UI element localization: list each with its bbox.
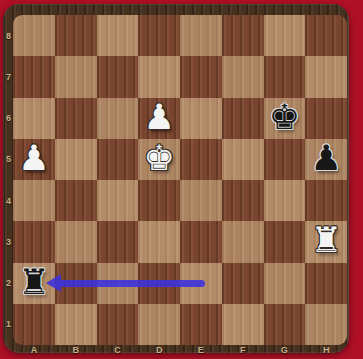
square-g1[interactable] [264,304,306,345]
file-label-G: G [278,345,290,355]
rank-label-4: 4 [4,196,13,206]
square-a5[interactable]: ♟ [13,139,55,180]
square-e3[interactable] [180,221,222,262]
square-g8[interactable] [264,15,306,56]
square-e7[interactable] [180,56,222,97]
chess-app-window: ♟♚♟♚♟♜♜ 87654321ABCDEFGH [0,0,363,359]
square-b3[interactable] [55,221,97,262]
square-h6[interactable] [305,98,347,139]
square-h4[interactable] [305,180,347,221]
square-c8[interactable] [97,15,139,56]
square-h7[interactable] [305,56,347,97]
square-c3[interactable] [97,221,139,262]
square-c5[interactable] [97,139,139,180]
file-label-B: B [70,345,82,355]
square-g6[interactable]: ♚ [264,98,306,139]
black-pawn[interactable]: ♟ [310,141,341,176]
square-e4[interactable] [180,180,222,221]
move-arrow-head [46,274,61,292]
square-g7[interactable] [264,56,306,97]
rank-label-5: 5 [4,154,13,164]
square-b6[interactable] [55,98,97,139]
square-c1[interactable] [97,304,139,345]
square-f8[interactable] [222,15,264,56]
square-e6[interactable] [180,98,222,139]
move-arrow-line [59,280,205,287]
white-rook[interactable]: ♜ [310,223,341,258]
file-label-A: A [28,345,40,355]
square-a3[interactable] [13,221,55,262]
square-g5[interactable] [264,139,306,180]
white-pawn[interactable]: ♟ [143,100,174,135]
square-f7[interactable] [222,56,264,97]
square-d3[interactable] [138,221,180,262]
square-c7[interactable] [97,56,139,97]
file-label-H: H [320,345,332,355]
black-king[interactable]: ♚ [269,100,300,135]
square-a8[interactable] [13,15,55,56]
square-c4[interactable] [97,180,139,221]
square-b4[interactable] [55,180,97,221]
square-d1[interactable] [138,304,180,345]
square-d7[interactable] [138,56,180,97]
square-h8[interactable] [305,15,347,56]
square-a4[interactable] [13,180,55,221]
white-pawn[interactable]: ♟ [18,141,49,176]
square-e5[interactable] [180,139,222,180]
square-a6[interactable] [13,98,55,139]
square-b5[interactable] [55,139,97,180]
square-d6[interactable]: ♟ [138,98,180,139]
square-e1[interactable] [180,304,222,345]
square-f3[interactable] [222,221,264,262]
square-b7[interactable] [55,56,97,97]
square-g4[interactable] [264,180,306,221]
rank-label-8: 8 [4,31,13,41]
square-f1[interactable] [222,304,264,345]
square-f4[interactable] [222,180,264,221]
square-h2[interactable] [305,263,347,304]
square-c6[interactable] [97,98,139,139]
white-king[interactable]: ♚ [143,141,174,176]
rank-label-2: 2 [4,278,13,288]
chess-board: ♟♚♟♚♟♜♜ [13,15,347,345]
square-h1[interactable] [305,304,347,345]
square-b1[interactable] [55,304,97,345]
square-f6[interactable] [222,98,264,139]
rank-label-7: 7 [4,72,13,82]
square-b8[interactable] [55,15,97,56]
square-e8[interactable] [180,15,222,56]
file-label-C: C [111,345,123,355]
file-label-E: E [195,345,207,355]
black-rook[interactable]: ♜ [18,265,49,300]
rank-label-3: 3 [4,237,13,247]
square-f5[interactable] [222,139,264,180]
square-d8[interactable] [138,15,180,56]
square-d4[interactable] [138,180,180,221]
file-label-F: F [237,345,249,355]
square-h3[interactable]: ♜ [305,221,347,262]
square-d5[interactable]: ♚ [138,139,180,180]
file-label-D: D [153,345,165,355]
square-g3[interactable] [264,221,306,262]
square-f2[interactable] [222,263,264,304]
square-h5[interactable]: ♟ [305,139,347,180]
square-a7[interactable] [13,56,55,97]
square-a1[interactable] [13,304,55,345]
rank-label-6: 6 [4,113,13,123]
rank-label-1: 1 [4,319,13,329]
square-g2[interactable] [264,263,306,304]
